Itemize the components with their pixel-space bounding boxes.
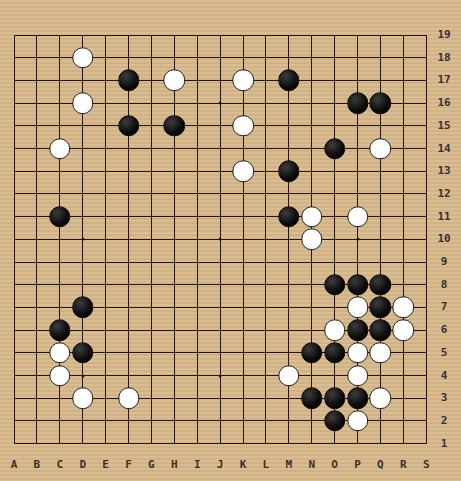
white-stone bbox=[301, 206, 323, 228]
white-stone bbox=[324, 319, 346, 341]
row-label: 7 bbox=[432, 301, 456, 313]
go-board[interactable]: ABCDEFGHIJKLMNOPQRS191817161514131211109… bbox=[0, 0, 461, 481]
column-label: N bbox=[308, 459, 315, 471]
grid-line-vertical bbox=[334, 35, 335, 445]
column-label: S bbox=[423, 459, 430, 471]
column-label: R bbox=[400, 459, 407, 471]
white-stone bbox=[164, 70, 186, 92]
white-stone bbox=[232, 160, 254, 182]
row-label: 5 bbox=[432, 347, 456, 359]
white-stone bbox=[49, 365, 71, 387]
row-label: 11 bbox=[432, 211, 456, 223]
row-label: 2 bbox=[432, 415, 456, 427]
black-stone bbox=[324, 387, 346, 409]
row-label: 10 bbox=[432, 233, 456, 245]
column-label: G bbox=[148, 459, 155, 471]
column-label: I bbox=[194, 459, 201, 471]
black-stone bbox=[278, 160, 300, 182]
column-label: L bbox=[263, 459, 270, 471]
go-board-screen: ABCDEFGHIJKLMNOPQRS191817161514131211109… bbox=[0, 0, 461, 481]
row-label: 8 bbox=[432, 279, 456, 291]
black-stone bbox=[118, 115, 140, 137]
row-label: 1 bbox=[432, 438, 456, 450]
star-point bbox=[219, 374, 222, 377]
white-stone bbox=[347, 206, 369, 228]
row-label: 9 bbox=[432, 256, 456, 268]
white-stone bbox=[278, 365, 300, 387]
column-label: D bbox=[79, 459, 86, 471]
row-label: 16 bbox=[432, 97, 456, 109]
column-label: M bbox=[285, 459, 292, 471]
white-stone bbox=[347, 365, 369, 387]
grid-line-vertical bbox=[426, 35, 427, 445]
star-point bbox=[219, 238, 222, 241]
star-point bbox=[219, 102, 222, 105]
grid-line-horizontal bbox=[14, 443, 427, 444]
black-stone bbox=[347, 319, 369, 341]
column-label: K bbox=[240, 459, 247, 471]
black-stone bbox=[72, 297, 94, 319]
grid-line-vertical bbox=[265, 35, 266, 445]
star-point bbox=[356, 238, 359, 241]
black-stone bbox=[301, 387, 323, 409]
white-stone bbox=[232, 115, 254, 137]
row-label: 4 bbox=[432, 370, 456, 382]
white-stone bbox=[118, 387, 140, 409]
column-label: J bbox=[217, 459, 224, 471]
white-stone bbox=[72, 92, 94, 114]
black-stone bbox=[278, 70, 300, 92]
grid-line-vertical bbox=[243, 35, 244, 445]
white-stone bbox=[370, 138, 392, 160]
white-stone bbox=[347, 410, 369, 432]
black-stone bbox=[49, 319, 71, 341]
white-stone bbox=[347, 342, 369, 364]
column-label: C bbox=[56, 459, 63, 471]
column-label: E bbox=[102, 459, 109, 471]
white-stone bbox=[393, 319, 415, 341]
black-stone bbox=[324, 138, 346, 160]
black-stone bbox=[301, 342, 323, 364]
row-label: 17 bbox=[432, 74, 456, 86]
column-label: F bbox=[125, 459, 132, 471]
black-stone bbox=[118, 70, 140, 92]
row-label: 3 bbox=[432, 392, 456, 404]
black-stone bbox=[370, 297, 392, 319]
grid-line-horizontal bbox=[14, 262, 427, 263]
black-stone bbox=[164, 115, 186, 137]
black-stone bbox=[324, 410, 346, 432]
row-label: 13 bbox=[432, 165, 456, 177]
white-stone bbox=[370, 342, 392, 364]
white-stone bbox=[72, 387, 94, 409]
black-stone bbox=[72, 342, 94, 364]
black-stone bbox=[324, 274, 346, 296]
white-stone bbox=[393, 297, 415, 319]
black-stone bbox=[49, 206, 71, 228]
black-stone bbox=[324, 342, 346, 364]
column-label: A bbox=[11, 459, 18, 471]
white-stone bbox=[301, 229, 323, 251]
white-stone bbox=[72, 47, 94, 69]
row-label: 14 bbox=[432, 143, 456, 155]
column-label: B bbox=[34, 459, 41, 471]
black-stone bbox=[347, 274, 369, 296]
black-stone bbox=[347, 92, 369, 114]
black-stone bbox=[370, 92, 392, 114]
column-label: Q bbox=[377, 459, 384, 471]
row-label: 12 bbox=[432, 188, 456, 200]
column-label: O bbox=[331, 459, 338, 471]
white-stone bbox=[49, 342, 71, 364]
column-label: H bbox=[171, 459, 178, 471]
star-point bbox=[81, 238, 84, 241]
white-stone bbox=[232, 70, 254, 92]
black-stone bbox=[370, 274, 392, 296]
grid-line-vertical bbox=[403, 35, 404, 445]
column-label: P bbox=[354, 459, 361, 471]
row-label: 6 bbox=[432, 324, 456, 336]
white-stone bbox=[347, 297, 369, 319]
black-stone bbox=[370, 319, 392, 341]
row-label: 15 bbox=[432, 120, 456, 132]
row-label: 19 bbox=[432, 29, 456, 41]
white-stone bbox=[370, 387, 392, 409]
white-stone bbox=[49, 138, 71, 160]
black-stone bbox=[347, 387, 369, 409]
black-stone bbox=[278, 206, 300, 228]
star-point bbox=[81, 374, 84, 377]
row-label: 18 bbox=[432, 52, 456, 64]
